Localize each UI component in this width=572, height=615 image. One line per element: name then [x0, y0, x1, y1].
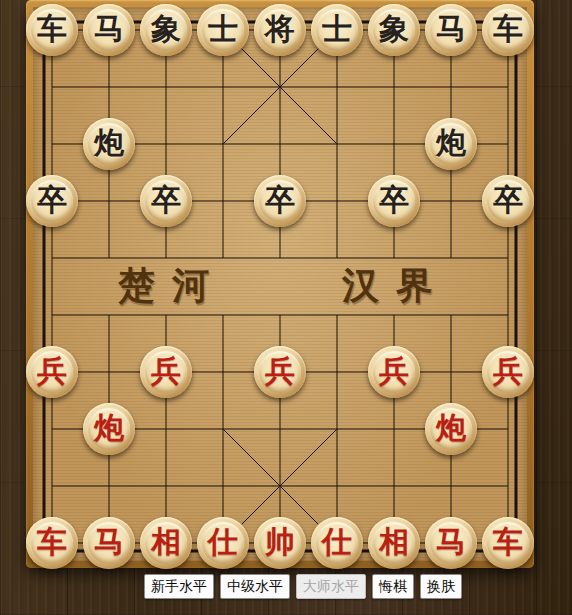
- piece-character: 炮: [94, 128, 124, 158]
- piece-character: 马: [436, 527, 466, 557]
- piece-black-cannon[interactable]: 炮: [83, 118, 135, 170]
- board-grid: [33, 7, 527, 561]
- river-label-right: 汉界: [342, 267, 450, 304]
- piece-character: 马: [436, 14, 466, 44]
- river-label-left: 楚河: [118, 267, 226, 304]
- piece-character: 相: [379, 527, 409, 557]
- piece-character: 将: [265, 14, 295, 44]
- piece-red-soldier[interactable]: 兵: [254, 346, 306, 398]
- piece-black-soldier[interactable]: 卒: [254, 175, 306, 227]
- piece-face: 相: [145, 522, 187, 564]
- piece-character: 象: [151, 14, 181, 44]
- piece-red-rook[interactable]: 车: [26, 517, 78, 569]
- piece-face: 仕: [316, 522, 358, 564]
- piece-character: 兵: [493, 356, 523, 386]
- piece-face: 炮: [430, 123, 472, 165]
- piece-black-advisor[interactable]: 士: [197, 4, 249, 56]
- piece-black-rook[interactable]: 车: [482, 4, 534, 56]
- piece-face: 马: [88, 522, 130, 564]
- piece-character: 卒: [37, 185, 67, 215]
- piece-face: 卒: [31, 180, 73, 222]
- novice-level-button[interactable]: 新手水平: [144, 574, 214, 599]
- piece-black-cannon[interactable]: 炮: [425, 118, 477, 170]
- piece-character: 兵: [37, 356, 67, 386]
- piece-character: 炮: [94, 413, 124, 443]
- piece-face: 马: [88, 9, 130, 51]
- piece-face: 车: [31, 522, 73, 564]
- piece-red-elephant[interactable]: 相: [140, 517, 192, 569]
- master-level-button: 大师水平: [296, 574, 366, 599]
- piece-black-soldier[interactable]: 卒: [368, 175, 420, 227]
- piece-red-cannon[interactable]: 炮: [425, 403, 477, 455]
- xiangqi-app: 楚河 汉界 车马象士将士象马车炮炮卒卒卒卒卒兵兵兵兵兵炮炮车马相仕帅仕相马车 新…: [0, 0, 572, 615]
- piece-black-soldier[interactable]: 卒: [482, 175, 534, 227]
- piece-character: 马: [94, 527, 124, 557]
- piece-face: 马: [430, 9, 472, 51]
- piece-black-advisor[interactable]: 士: [311, 4, 363, 56]
- piece-black-soldier[interactable]: 卒: [140, 175, 192, 227]
- piece-face: 象: [145, 9, 187, 51]
- piece-character: 仕: [208, 527, 238, 557]
- piece-black-soldier[interactable]: 卒: [26, 175, 78, 227]
- piece-red-soldier[interactable]: 兵: [482, 346, 534, 398]
- piece-face: 车: [487, 9, 529, 51]
- piece-face: 仕: [202, 522, 244, 564]
- piece-character: 相: [151, 527, 181, 557]
- piece-character: 车: [37, 14, 67, 44]
- piece-character: 车: [493, 527, 523, 557]
- piece-face: 象: [373, 9, 415, 51]
- piece-black-horse[interactable]: 马: [425, 4, 477, 56]
- board-surface[interactable]: 楚河 汉界 车马象士将士象马车炮炮卒卒卒卒卒兵兵兵兵兵炮炮车马相仕帅仕相马车: [33, 7, 527, 561]
- piece-character: 兵: [265, 356, 295, 386]
- piece-red-rook[interactable]: 车: [482, 517, 534, 569]
- piece-face: 兵: [145, 351, 187, 393]
- piece-face: 卒: [145, 180, 187, 222]
- piece-face: 兵: [373, 351, 415, 393]
- piece-character: 士: [322, 14, 352, 44]
- piece-character: 兵: [379, 356, 409, 386]
- piece-face: 马: [430, 522, 472, 564]
- controls-bar: 新手水平中级水平大师水平悔棋换肤: [144, 574, 462, 599]
- piece-red-horse[interactable]: 马: [425, 517, 477, 569]
- piece-red-advisor[interactable]: 仕: [311, 517, 363, 569]
- piece-face: 炮: [430, 408, 472, 450]
- piece-face: 车: [31, 9, 73, 51]
- piece-face: 炮: [88, 123, 130, 165]
- change-skin-button[interactable]: 换肤: [420, 574, 462, 599]
- piece-character: 卒: [151, 185, 181, 215]
- piece-character: 炮: [436, 128, 466, 158]
- piece-red-advisor[interactable]: 仕: [197, 517, 249, 569]
- piece-character: 马: [94, 14, 124, 44]
- piece-character: 卒: [379, 185, 409, 215]
- intermediate-level-button[interactable]: 中级水平: [220, 574, 290, 599]
- piece-character: 卒: [493, 185, 523, 215]
- piece-black-elephant[interactable]: 象: [140, 4, 192, 56]
- piece-red-horse[interactable]: 马: [83, 517, 135, 569]
- piece-red-soldier[interactable]: 兵: [368, 346, 420, 398]
- piece-face: 士: [316, 9, 358, 51]
- piece-red-soldier[interactable]: 兵: [140, 346, 192, 398]
- xiangqi-board: 楚河 汉界 车马象士将士象马车炮炮卒卒卒卒卒兵兵兵兵兵炮炮车马相仕帅仕相马车: [26, 0, 534, 568]
- piece-character: 车: [493, 14, 523, 44]
- piece-black-general[interactable]: 将: [254, 4, 306, 56]
- piece-red-cannon[interactable]: 炮: [83, 403, 135, 455]
- piece-red-general[interactable]: 帅: [254, 517, 306, 569]
- piece-character: 兵: [151, 356, 181, 386]
- piece-face: 兵: [31, 351, 73, 393]
- piece-face: 车: [487, 522, 529, 564]
- piece-face: 兵: [259, 351, 301, 393]
- piece-red-elephant[interactable]: 相: [368, 517, 420, 569]
- piece-character: 象: [379, 14, 409, 44]
- piece-black-elephant[interactable]: 象: [368, 4, 420, 56]
- piece-face: 将: [259, 9, 301, 51]
- piece-face: 炮: [88, 408, 130, 450]
- piece-character: 炮: [436, 413, 466, 443]
- piece-face: 帅: [259, 522, 301, 564]
- piece-black-rook[interactable]: 车: [26, 4, 78, 56]
- piece-character: 仕: [322, 527, 352, 557]
- piece-character: 士: [208, 14, 238, 44]
- piece-face: 相: [373, 522, 415, 564]
- piece-face: 卒: [259, 180, 301, 222]
- piece-face: 卒: [487, 180, 529, 222]
- piece-character: 车: [37, 527, 67, 557]
- piece-red-soldier[interactable]: 兵: [26, 346, 78, 398]
- piece-character: 帅: [265, 527, 295, 557]
- piece-character: 卒: [265, 185, 295, 215]
- undo-move-button[interactable]: 悔棋: [372, 574, 414, 599]
- piece-face: 士: [202, 9, 244, 51]
- piece-face: 卒: [373, 180, 415, 222]
- piece-face: 兵: [487, 351, 529, 393]
- piece-black-horse[interactable]: 马: [83, 4, 135, 56]
